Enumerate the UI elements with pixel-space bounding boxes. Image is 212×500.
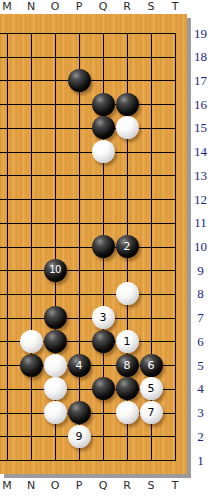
move-number-label: 1	[124, 336, 131, 347]
row-coordinates-right: 19181716151413121110987654321	[189, 0, 212, 500]
move-number-label: 3	[100, 312, 107, 323]
move-number-label: 4	[76, 360, 83, 371]
stone-black-P17[interactable]	[68, 69, 91, 92]
coord-number-11: 11	[189, 215, 212, 230]
stone-white-Q7[interactable]: 3	[92, 306, 115, 329]
move-number-label: 5	[148, 383, 155, 394]
coord-letter-S-bottom: S	[142, 479, 160, 492]
coord-letter-M-top: M	[0, 0, 16, 13]
grid-line-row-19	[0, 33, 176, 34]
stone-white-O4[interactable]	[44, 377, 67, 400]
coord-number-9: 9	[189, 263, 212, 278]
coord-number-8: 8	[189, 286, 212, 301]
stone-white-P2[interactable]: 9	[68, 425, 91, 448]
stone-black-R16[interactable]	[116, 93, 139, 116]
coord-number-1: 1	[189, 453, 212, 468]
stone-white-O5[interactable]	[44, 354, 67, 377]
stone-white-O3[interactable]	[44, 401, 67, 424]
move-number-label: 9	[76, 431, 83, 442]
stone-white-R15[interactable]	[116, 116, 139, 139]
move-number-label: 6	[148, 360, 155, 371]
stone-white-S4[interactable]: 5	[140, 377, 163, 400]
grid-line-row-12	[0, 199, 176, 200]
stone-black-Q16[interactable]	[92, 93, 115, 116]
grid-line-row-16	[0, 104, 176, 105]
stone-black-Q15[interactable]	[92, 116, 115, 139]
coord-letter-T-top: T	[166, 0, 184, 13]
coord-number-4: 4	[189, 381, 212, 396]
grid-line-col-P	[79, 33, 80, 461]
coord-number-3: 3	[189, 405, 212, 420]
grid-line-row-13	[0, 175, 176, 176]
coord-letter-P-top: P	[70, 0, 88, 13]
grid-line-col-N	[31, 33, 32, 461]
coord-number-18: 18	[189, 49, 212, 64]
stone-black-R10[interactable]: 2	[116, 235, 139, 258]
coord-number-10: 10	[189, 239, 212, 254]
stone-black-O9[interactable]: 10	[44, 259, 67, 282]
grid-line-row-10	[0, 247, 176, 248]
go-diagram-panel: MNOPQRST 21048631579 1918171615141312111…	[0, 0, 212, 500]
grid-line-row-9	[0, 270, 176, 271]
stone-white-R8[interactable]	[116, 282, 139, 305]
stone-black-Q10[interactable]	[92, 235, 115, 258]
grid-line-col-M	[7, 33, 8, 461]
stone-white-R6[interactable]: 1	[116, 330, 139, 353]
grid-line-row-11	[0, 223, 176, 224]
grid-line-row-14	[0, 152, 176, 153]
coord-letter-O-bottom: O	[46, 479, 64, 492]
stone-black-R5[interactable]: 8	[116, 354, 139, 377]
coord-number-6: 6	[189, 334, 212, 349]
stone-white-R3[interactable]	[116, 401, 139, 424]
coord-number-15: 15	[189, 120, 212, 135]
column-coordinates-bottom: MNOPQRST	[0, 479, 212, 492]
stone-black-Q6[interactable]	[92, 330, 115, 353]
coord-number-19: 19	[189, 26, 212, 41]
column-coordinates-top: MNOPQRST	[0, 0, 212, 13]
stone-white-N6[interactable]	[20, 330, 43, 353]
stone-black-S5[interactable]: 6	[140, 354, 163, 377]
move-number-label: 10	[49, 265, 61, 275]
coord-number-7: 7	[189, 310, 212, 325]
coord-letter-Q-top: Q	[94, 0, 112, 13]
coord-letter-N-bottom: N	[22, 479, 40, 492]
stone-black-P3[interactable]	[68, 401, 91, 424]
stone-black-N5[interactable]	[20, 354, 43, 377]
coord-letter-S-top: S	[142, 0, 160, 13]
go-board[interactable]: 21048631579	[0, 14, 187, 474]
coord-letter-O-top: O	[46, 0, 64, 13]
move-number-label: 2	[124, 241, 131, 252]
move-number-label: 7	[148, 407, 155, 418]
stone-black-R4[interactable]	[116, 377, 139, 400]
coord-letter-P-bottom: P	[70, 479, 88, 492]
stone-black-Q4[interactable]	[92, 377, 115, 400]
grid-line-row-7	[0, 318, 176, 319]
stone-white-Q14[interactable]	[92, 140, 115, 163]
coord-letter-T-bottom: T	[166, 479, 184, 492]
coord-letter-N-top: N	[22, 0, 40, 13]
coord-number-13: 13	[189, 168, 212, 183]
coord-letter-R-bottom: R	[118, 479, 136, 492]
grid-line-row-15	[0, 128, 176, 129]
coord-number-16: 16	[189, 97, 212, 112]
coord-letter-Q-bottom: Q	[94, 479, 112, 492]
coord-number-14: 14	[189, 144, 212, 159]
coord-number-2: 2	[189, 429, 212, 444]
coord-number-5: 5	[189, 358, 212, 373]
move-number-label: 8	[124, 360, 131, 371]
stone-black-O6[interactable]	[44, 330, 67, 353]
grid-line-row-1	[0, 460, 176, 461]
stone-white-S3[interactable]: 7	[140, 401, 163, 424]
coord-number-12: 12	[189, 192, 212, 207]
coord-letter-R-top: R	[118, 0, 136, 13]
grid-line-row-18	[0, 57, 176, 58]
stone-black-P5[interactable]: 4	[68, 354, 91, 377]
coord-letter-M-bottom: M	[0, 479, 16, 492]
grid-line-col-T	[175, 33, 176, 461]
stone-black-O7[interactable]	[44, 306, 67, 329]
coord-number-17: 17	[189, 73, 212, 88]
grid-line-row-8	[0, 294, 176, 295]
